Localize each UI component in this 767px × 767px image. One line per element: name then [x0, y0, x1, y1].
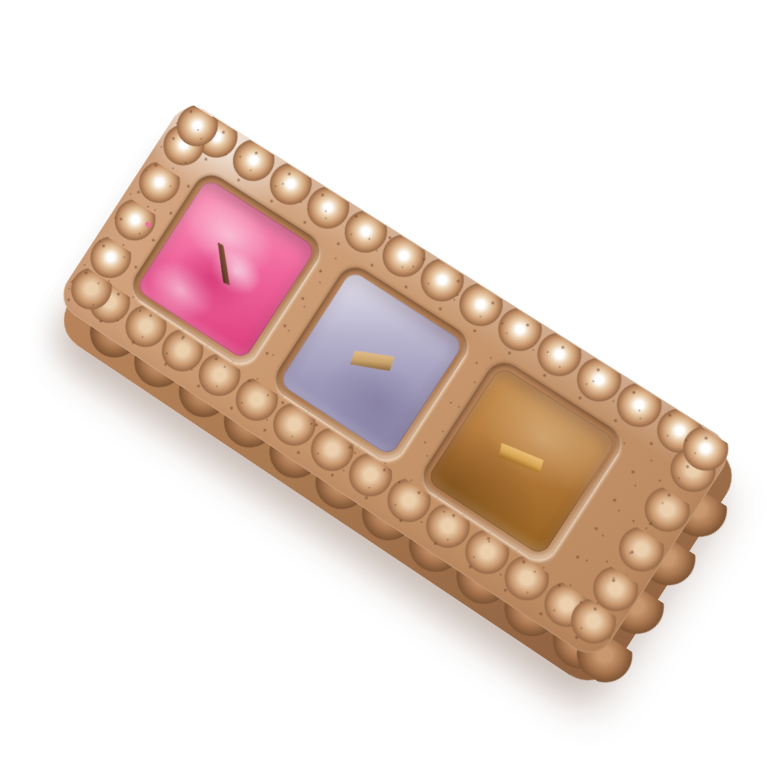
product-photo	[0, 0, 767, 767]
wooden-wick-pink	[214, 241, 233, 287]
candle-tray	[54, 98, 737, 663]
wooden-wick-lavender	[350, 350, 395, 371]
wooden-wick-caramel	[494, 441, 545, 475]
